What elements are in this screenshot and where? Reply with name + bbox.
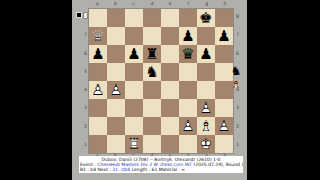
square-e7 — [161, 27, 179, 45]
square-f6: ♛ — [179, 45, 197, 63]
square-e6 — [161, 45, 179, 63]
rank-label-6-lside: 6 — [80, 51, 87, 57]
square-c3 — [125, 99, 143, 117]
square-a4: ♟♙ — [89, 81, 107, 99]
square-a3 — [89, 99, 107, 117]
square-a8 — [89, 9, 107, 27]
video-frame: ♚♛♕♟♟♟♟♜♛♟♞♟♙♟♙♟♙♟♙♝♗♟♙♜♖♚♔ aabbccddeeff… — [0, 0, 320, 180]
game-info-panel: Dubov, Daniil (2708) -- Bortnyk, Olexand… — [79, 156, 243, 173]
rank-label-4-lside: 4 — [80, 87, 87, 93]
square-f1 — [179, 135, 197, 153]
square-h7: ♟ — [215, 27, 233, 45]
square-d7 — [143, 27, 161, 45]
material-tray-white-bishop-icon: ♝♗ — [229, 77, 243, 90]
square-f8 — [179, 9, 197, 27]
square-c1: ♜♖ — [125, 135, 143, 153]
piece-white-K-g1: ♚♔ — [197, 135, 215, 153]
square-d3 — [143, 99, 161, 117]
file-label-d-top: d — [143, 1, 161, 7]
square-e4 — [161, 81, 179, 99]
square-b2 — [107, 117, 125, 135]
file-label-f-top: f — [179, 1, 197, 7]
square-f3 — [179, 99, 197, 117]
square-f2: ♟♙ — [179, 117, 197, 135]
square-f5 — [179, 63, 197, 81]
square-g8: ♚ — [197, 9, 215, 27]
info-text-segment: Length : 61 Material : = — [130, 167, 185, 172]
square-c8 — [125, 9, 143, 27]
square-d2 — [143, 117, 161, 135]
piece-black-N-d5: ♞ — [143, 63, 161, 81]
piece-white-B-g2: ♝♗ — [197, 117, 215, 135]
square-b4: ♟♙ — [107, 81, 125, 99]
info-text-segment: (2025.07.29), Round 3.4 — [192, 162, 243, 167]
piece-black-R-d6: ♜ — [143, 45, 161, 63]
square-c2 — [125, 117, 143, 135]
info-text-segment: Next : — [96, 167, 112, 172]
square-a2 — [89, 117, 107, 135]
piece-white-P-a4: ♟♙ — [89, 81, 107, 99]
square-d6: ♜ — [143, 45, 161, 63]
square-c5 — [125, 63, 143, 81]
file-label-h-top: h — [216, 1, 234, 7]
square-b1 — [107, 135, 125, 153]
rank-label-1-rside: 1 — [236, 142, 243, 148]
piece-white-R-c1: ♜♖ — [125, 135, 143, 153]
piece-white-Q-a7: ♛♕ — [89, 27, 107, 45]
square-e2 — [161, 117, 179, 135]
square-b3 — [107, 99, 125, 117]
piece-black-P-a6: ♟ — [89, 45, 107, 63]
square-b6 — [107, 45, 125, 63]
square-h2: ♟♙ — [215, 117, 233, 135]
square-g6: ♟ — [197, 45, 215, 63]
square-g4 — [197, 81, 215, 99]
rank-label-2-lside: 2 — [80, 124, 87, 130]
square-e3 — [161, 99, 179, 117]
stats-line: B1 : b4 Next : 31. Qb4 Length : 61 Mater… — [80, 167, 242, 172]
info-text-segment: 31. Qb4 — [112, 167, 130, 172]
rank-label-6-rside: 6 — [236, 51, 243, 57]
rank-label-3-rside: 3 — [236, 105, 243, 111]
square-b5 — [107, 63, 125, 81]
square-d8 — [143, 9, 161, 27]
square-c6: ♟ — [125, 45, 143, 63]
piece-black-P-c6: ♟ — [125, 45, 143, 63]
move-indicator-frame — [83, 12, 88, 19]
piece-white-P-f2: ♟♙ — [179, 117, 197, 135]
square-f7: ♟ — [179, 27, 197, 45]
square-c4 — [125, 81, 143, 99]
rank-label-8-rside: 8 — [236, 14, 243, 20]
piece-white-P-g3: ♟♙ — [197, 99, 215, 117]
letterbox-right — [247, 0, 320, 180]
square-e8 — [161, 9, 179, 27]
piece-black-Q-f6: ♛ — [179, 45, 197, 63]
chess-board: ♚♛♕♟♟♟♟♜♛♟♞♟♙♟♙♟♙♟♙♝♗♟♙♜♖♚♔ — [88, 8, 234, 154]
square-h8 — [215, 9, 233, 27]
square-d5: ♞ — [143, 63, 161, 81]
square-a5 — [89, 63, 107, 81]
square-e5 — [161, 63, 179, 81]
square-g7 — [197, 27, 215, 45]
rank-label-5-lside: 5 — [80, 69, 87, 75]
black-to-move-indicator — [76, 12, 82, 18]
square-d4 — [143, 81, 161, 99]
letterbox-left — [0, 0, 72, 180]
piece-white-P-h2: ♟♙ — [215, 117, 233, 135]
rank-label-7-lside: 7 — [80, 32, 87, 38]
square-h1 — [215, 135, 233, 153]
square-h3 — [215, 99, 233, 117]
square-f4 — [179, 81, 197, 99]
file-label-a-top: a — [88, 1, 106, 7]
rank-label-1-lside: 1 — [80, 142, 87, 148]
rank-label-7-rside: 7 — [236, 32, 243, 38]
rank-label-3-lside: 3 — [80, 105, 87, 111]
piece-black-P-h7: ♟ — [215, 27, 233, 45]
piece-black-P-f7: ♟ — [179, 27, 197, 45]
square-g2: ♝♗ — [197, 117, 215, 135]
square-e1 — [161, 135, 179, 153]
square-g3: ♟♙ — [197, 99, 215, 117]
file-label-e-top: e — [161, 1, 179, 7]
material-tray-black-knight-icon: ♞ — [229, 64, 243, 77]
piece-black-K-g8: ♚ — [197, 9, 215, 27]
square-a7: ♛♕ — [89, 27, 107, 45]
piece-white-P-b4: ♟♙ — [107, 81, 125, 99]
square-d1 — [143, 135, 161, 153]
file-label-b-top: b — [106, 1, 124, 7]
piece-black-P-g6: ♟ — [197, 45, 215, 63]
file-label-c-top: c — [125, 1, 143, 7]
rank-label-2-rside: 2 — [236, 124, 243, 130]
square-b8 — [107, 9, 125, 27]
square-g5 — [197, 63, 215, 81]
file-label-g-top: g — [198, 1, 216, 7]
square-b7 — [107, 27, 125, 45]
info-text-segment: B1 : b4 — [80, 167, 96, 172]
square-c7 — [125, 27, 143, 45]
square-a1 — [89, 135, 107, 153]
square-a6: ♟ — [89, 45, 107, 63]
square-g1: ♚♔ — [197, 135, 215, 153]
square-h6 — [215, 45, 233, 63]
